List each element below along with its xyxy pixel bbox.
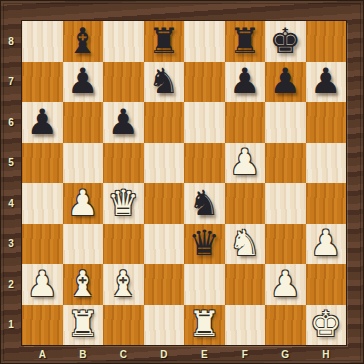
piece-black-knight-e4[interactable]: ♞ (184, 183, 225, 224)
piece-white-king-h1[interactable]: ♚ (306, 305, 347, 346)
square-b3[interactable] (63, 224, 104, 265)
piece-black-pawn-f7[interactable]: ♟ (225, 62, 266, 103)
square-e8[interactable] (184, 21, 225, 62)
square-g6[interactable] (265, 102, 306, 143)
piece-black-pawn-a6[interactable]: ♟ (22, 102, 63, 143)
piece-white-pawn-f5[interactable]: ♟ (225, 143, 266, 184)
square-g7[interactable]: ♟ (265, 62, 306, 103)
file-labels: ABCDEFGH (22, 345, 346, 364)
square-d1[interactable] (144, 305, 185, 346)
chess-board: ♝♜♜♚♟♞♟♟♟♟♟♟♟♛♞♛♞♟♟♝♝♟♜♜♚ (22, 21, 346, 345)
square-c3[interactable] (103, 224, 144, 265)
rank-label-4: 4 (0, 183, 22, 224)
rank-labels: 87654321 (0, 21, 22, 345)
square-b6[interactable] (63, 102, 104, 143)
square-f3[interactable]: ♞ (225, 224, 266, 265)
square-c5[interactable] (103, 143, 144, 184)
piece-white-rook-e1[interactable]: ♜ (184, 305, 225, 346)
square-b2[interactable]: ♝ (63, 264, 104, 305)
file-label-d: D (144, 345, 185, 364)
piece-white-knight-f3[interactable]: ♞ (225, 224, 266, 265)
square-b7[interactable]: ♟ (63, 62, 104, 103)
piece-white-rook-b1[interactable]: ♜ (63, 305, 104, 346)
square-d5[interactable] (144, 143, 185, 184)
board-frame: 87654321 ABCDEFGH ♝♜♜♚♟♞♟♟♟♟♟♟♟♛♞♛♞♟♟♝♝♟… (0, 0, 364, 364)
file-label-g: G (265, 345, 306, 364)
piece-black-knight-d7[interactable]: ♞ (144, 62, 185, 103)
file-label-b: B (63, 345, 104, 364)
rank-label-3: 3 (0, 224, 22, 265)
square-c6[interactable]: ♟ (103, 102, 144, 143)
square-d8[interactable]: ♜ (144, 21, 185, 62)
square-e5[interactable] (184, 143, 225, 184)
square-e4[interactable]: ♞ (184, 183, 225, 224)
piece-white-pawn-b4[interactable]: ♟ (63, 183, 104, 224)
square-d3[interactable] (144, 224, 185, 265)
piece-black-rook-d8[interactable]: ♜ (144, 21, 185, 62)
square-c1[interactable] (103, 305, 144, 346)
file-label-a: A (22, 345, 63, 364)
square-a2[interactable]: ♟ (22, 264, 63, 305)
piece-black-rook-f8[interactable]: ♜ (225, 21, 266, 62)
square-a3[interactable] (22, 224, 63, 265)
square-b1[interactable]: ♜ (63, 305, 104, 346)
square-a7[interactable] (22, 62, 63, 103)
square-d7[interactable]: ♞ (144, 62, 185, 103)
square-f1[interactable] (225, 305, 266, 346)
piece-black-pawn-g7[interactable]: ♟ (265, 62, 306, 103)
square-a8[interactable] (22, 21, 63, 62)
square-e1[interactable]: ♜ (184, 305, 225, 346)
square-b4[interactable]: ♟ (63, 183, 104, 224)
piece-white-bishop-c2[interactable]: ♝ (103, 264, 144, 305)
square-f2[interactable] (225, 264, 266, 305)
square-c7[interactable] (103, 62, 144, 103)
square-g4[interactable] (265, 183, 306, 224)
square-f6[interactable] (225, 102, 266, 143)
rank-label-1: 1 (0, 305, 22, 346)
square-h8[interactable] (306, 21, 347, 62)
piece-black-king-g8[interactable]: ♚ (265, 21, 306, 62)
piece-white-pawn-g2[interactable]: ♟ (265, 264, 306, 305)
piece-white-queen-c4[interactable]: ♛ (103, 183, 144, 224)
square-h2[interactable] (306, 264, 347, 305)
file-label-h: H (306, 345, 347, 364)
square-g5[interactable] (265, 143, 306, 184)
square-a1[interactable] (22, 305, 63, 346)
square-d4[interactable] (144, 183, 185, 224)
square-g2[interactable]: ♟ (265, 264, 306, 305)
square-f4[interactable] (225, 183, 266, 224)
square-e6[interactable] (184, 102, 225, 143)
file-label-f: F (225, 345, 266, 364)
square-h4[interactable] (306, 183, 347, 224)
piece-black-queen-e3[interactable]: ♛ (184, 224, 225, 265)
square-e3[interactable]: ♛ (184, 224, 225, 265)
square-h7[interactable]: ♟ (306, 62, 347, 103)
square-d2[interactable] (144, 264, 185, 305)
square-g1[interactable] (265, 305, 306, 346)
square-a6[interactable]: ♟ (22, 102, 63, 143)
piece-white-pawn-a2[interactable]: ♟ (22, 264, 63, 305)
piece-black-pawn-c6[interactable]: ♟ (103, 102, 144, 143)
rank-label-5: 5 (0, 143, 22, 184)
rank-label-6: 6 (0, 102, 22, 143)
square-a5[interactable] (22, 143, 63, 184)
piece-white-pawn-h3[interactable]: ♟ (306, 224, 347, 265)
square-h1[interactable]: ♚ (306, 305, 347, 346)
square-f8[interactable]: ♜ (225, 21, 266, 62)
square-a4[interactable] (22, 183, 63, 224)
square-c8[interactable] (103, 21, 144, 62)
square-h3[interactable]: ♟ (306, 224, 347, 265)
square-b8[interactable]: ♝ (63, 21, 104, 62)
square-e2[interactable] (184, 264, 225, 305)
square-h6[interactable] (306, 102, 347, 143)
rank-label-7: 7 (0, 62, 22, 103)
rank-label-8: 8 (0, 21, 22, 62)
square-f5[interactable]: ♟ (225, 143, 266, 184)
square-g3[interactable] (265, 224, 306, 265)
piece-black-bishop-b8[interactable]: ♝ (63, 21, 104, 62)
square-b5[interactable] (63, 143, 104, 184)
square-f7[interactable]: ♟ (225, 62, 266, 103)
piece-black-pawn-b7[interactable]: ♟ (63, 62, 104, 103)
square-e7[interactable] (184, 62, 225, 103)
file-label-c: C (103, 345, 144, 364)
square-c4[interactable]: ♛ (103, 183, 144, 224)
square-g8[interactable]: ♚ (265, 21, 306, 62)
piece-black-pawn-h7[interactable]: ♟ (306, 62, 347, 103)
rank-label-2: 2 (0, 264, 22, 305)
square-h5[interactable] (306, 143, 347, 184)
square-c2[interactable]: ♝ (103, 264, 144, 305)
square-d6[interactable] (144, 102, 185, 143)
file-label-e: E (184, 345, 225, 364)
piece-white-bishop-b2[interactable]: ♝ (63, 264, 104, 305)
